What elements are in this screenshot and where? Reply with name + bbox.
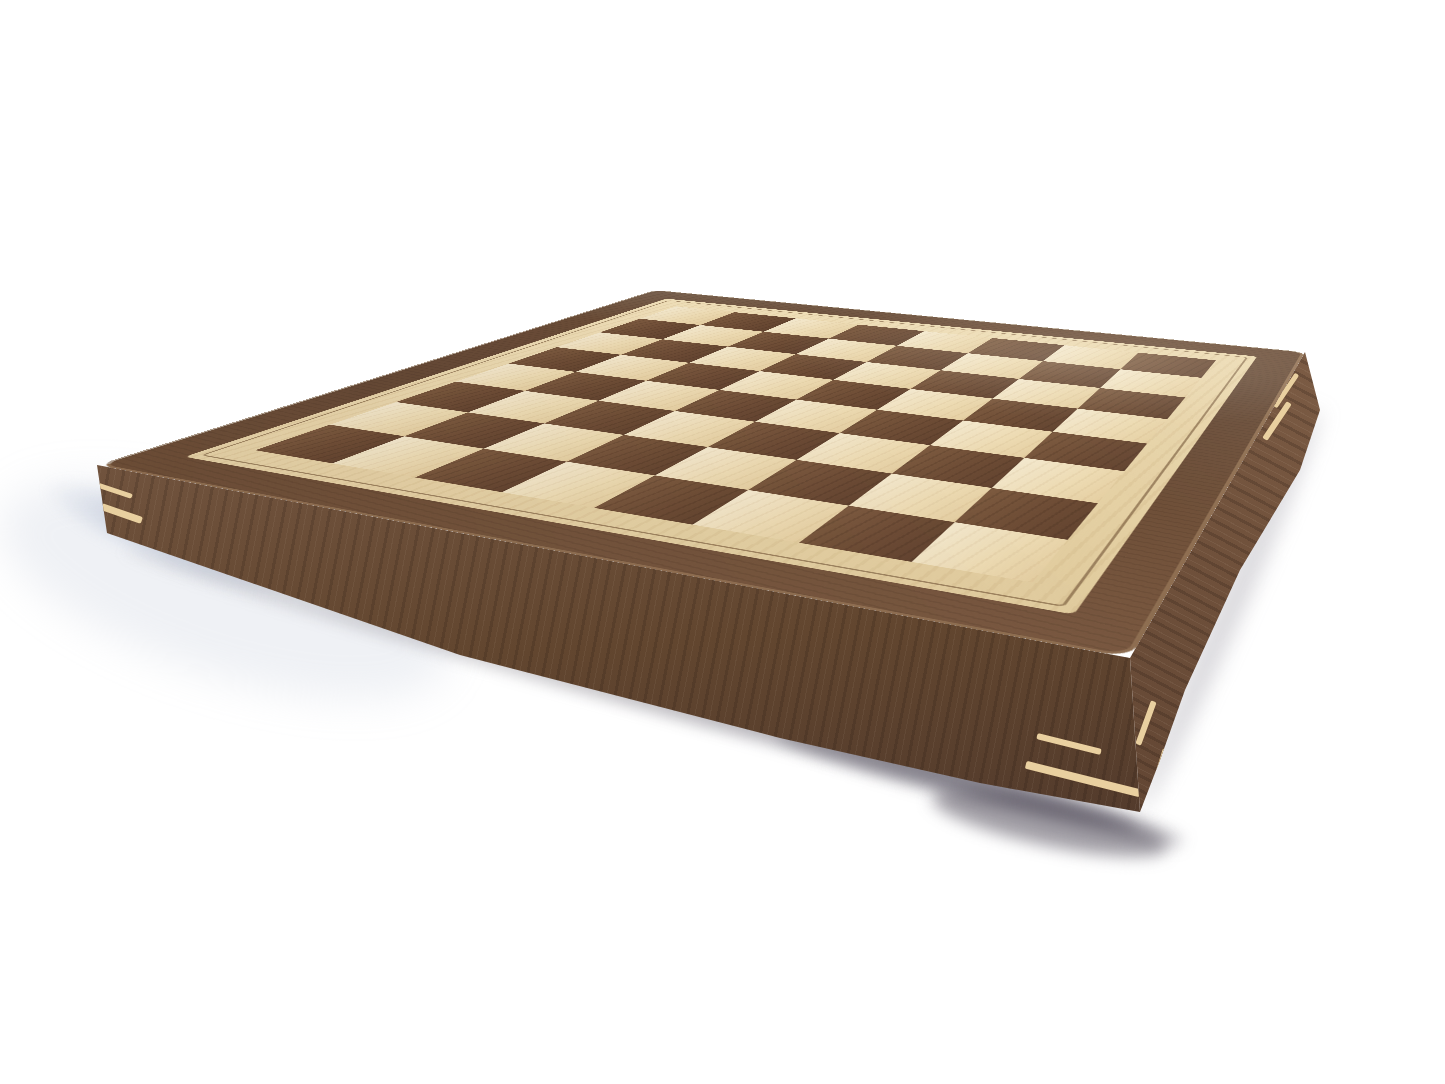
corner-spline-inlay (1145, 748, 1169, 807)
corner-spline-inlay (95, 482, 133, 498)
corner-spline-inlay (1025, 761, 1141, 797)
photo-background (0, 0, 1445, 1084)
corner-spline-inlay (100, 503, 143, 524)
corner-spline-inlay (1036, 733, 1101, 755)
corner-spline-inlay (1135, 700, 1156, 745)
